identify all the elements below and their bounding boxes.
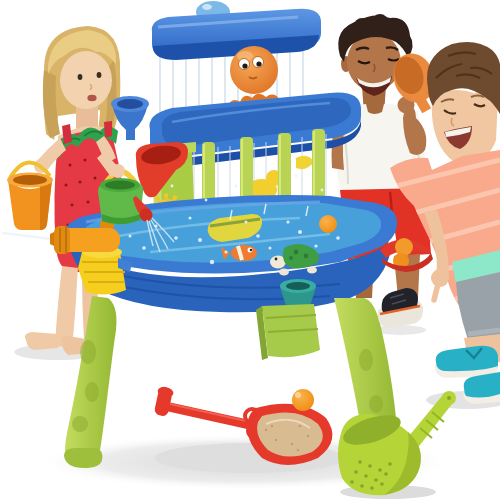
orange-ball-ground — [292, 389, 314, 411]
girl-strap-right — [104, 121, 112, 138]
girl-left-hand — [111, 164, 125, 178]
girl-face — [60, 51, 112, 109]
pump-water-jet — [2, 233, 50, 239]
orange-bucket — [7, 162, 53, 230]
green-sand-scoop — [338, 391, 456, 495]
top-tier-tray — [152, 9, 321, 60]
boy-right-shoe-front — [435, 346, 498, 378]
boy-right-finger — [434, 284, 438, 300]
green-hanging-chute — [256, 304, 320, 360]
boy-middle-sneaker — [378, 288, 423, 328]
girl-foot-left — [25, 332, 61, 350]
scene-illustration — [0, 0, 500, 500]
girl-eye-left — [78, 74, 83, 80]
girl-eye-right — [97, 72, 102, 78]
girl-mouth — [87, 95, 96, 101]
floating-ball — [319, 215, 337, 233]
product-photo-water-table — [0, 0, 500, 500]
